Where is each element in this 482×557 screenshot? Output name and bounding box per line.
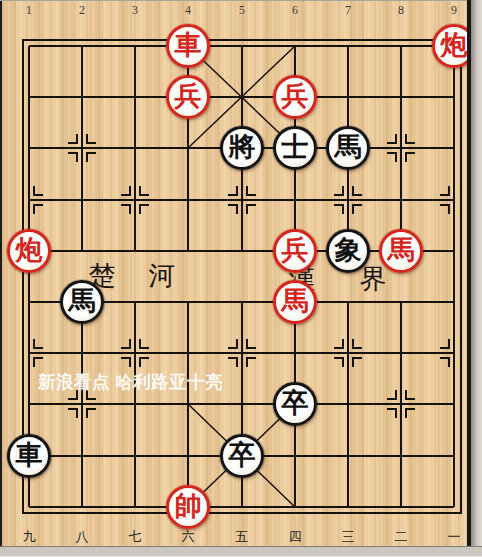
- file-label-bottom-6: 四: [289, 528, 302, 546]
- piece-red-horse[interactable]: 馬: [379, 229, 423, 273]
- piece-red-soldier[interactable]: 兵: [273, 229, 317, 273]
- file-label-bottom-5: 五: [236, 528, 249, 546]
- piece-black-advisor[interactable]: 士: [273, 126, 317, 170]
- piece-black-general[interactable]: 將: [220, 126, 264, 170]
- piece-red-soldier[interactable]: 兵: [166, 75, 210, 119]
- file-label-top-1: 1: [26, 3, 32, 18]
- piece-character: 馬: [69, 288, 96, 315]
- piece-red-general[interactable]: 帥: [166, 485, 210, 529]
- file-label-top-5: 5: [239, 3, 245, 18]
- piece-red-soldier[interactable]: 兵: [273, 75, 317, 119]
- file-label-bottom-3: 七: [129, 528, 142, 546]
- river-character: 河: [149, 258, 176, 294]
- piece-red-chariot[interactable]: 車: [166, 24, 210, 68]
- file-label-top-3: 3: [132, 3, 138, 18]
- file-label-bottom-7: 三: [342, 528, 355, 546]
- file-label-bottom-8: 二: [395, 528, 408, 546]
- piece-character: 馬: [388, 237, 415, 264]
- piece-character: 車: [175, 32, 202, 59]
- piece-black-horse[interactable]: 馬: [326, 126, 370, 170]
- file-label-top-7: 7: [345, 3, 351, 18]
- file-label-top-6: 6: [292, 3, 298, 18]
- window-edge-top: [0, 0, 482, 1]
- piece-character: 車: [16, 442, 43, 469]
- file-label-bottom-1: 九: [23, 528, 36, 546]
- piece-black-elephant[interactable]: 象: [326, 229, 370, 273]
- file-label-top-9: 9: [451, 3, 457, 18]
- file-label-top-8: 8: [398, 3, 404, 18]
- piece-character: 兵: [175, 83, 202, 110]
- file-label-top-4: 4: [185, 3, 191, 18]
- watermark-text: 新浪看点 哈利路亚十亮: [38, 370, 223, 394]
- piece-character: 馬: [335, 134, 362, 161]
- piece-character: 士: [282, 134, 309, 161]
- piece-character: 帥: [175, 493, 202, 520]
- piece-character: 象: [335, 237, 362, 264]
- piece-black-soldier[interactable]: 卒: [273, 382, 317, 426]
- piece-black-soldier[interactable]: 卒: [220, 434, 264, 478]
- piece-character: 將: [229, 134, 256, 161]
- window-edge-right: [471, 0, 482, 557]
- piece-red-horse[interactable]: 馬: [273, 280, 317, 324]
- xiangqi-board: 123456789 九八七六五四三二一 楚河漢界 新浪看点 哈利路亚十亮 車炮兵…: [2, 1, 467, 546]
- piece-character: 炮: [16, 237, 43, 264]
- file-label-bottom-9: 一: [448, 528, 461, 546]
- piece-red-cannon[interactable]: 炮: [7, 229, 51, 273]
- piece-black-chariot[interactable]: 車: [7, 434, 51, 478]
- xiangqi-screenshot: 123456789 九八七六五四三二一 楚河漢界 新浪看点 哈利路亚十亮 車炮兵…: [0, 0, 482, 557]
- window-edge-left: [0, 0, 2, 557]
- piece-character: 炮: [441, 32, 468, 59]
- file-label-bottom-2: 八: [76, 528, 89, 546]
- piece-character: 卒: [229, 442, 256, 469]
- file-label-top-2: 2: [79, 3, 85, 18]
- piece-character: 卒: [282, 390, 309, 417]
- file-label-bottom-4: 六: [182, 528, 195, 546]
- piece-black-horse[interactable]: 馬: [60, 280, 104, 324]
- piece-character: 馬: [282, 288, 309, 315]
- piece-character: 兵: [282, 83, 309, 110]
- piece-character: 兵: [282, 237, 309, 264]
